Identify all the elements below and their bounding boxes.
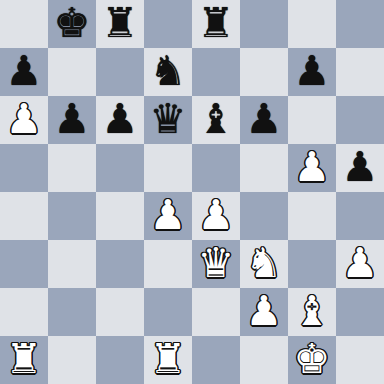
white-queen-piece[interactable]: ♛	[198, 239, 235, 287]
white-rook-piece[interactable]: ♜	[6, 335, 43, 383]
black-pawn-piece[interactable]: ♟	[246, 95, 283, 143]
square-h6[interactable]	[336, 96, 384, 144]
black-rook-piece[interactable]: ♜	[198, 0, 235, 47]
white-pawn-piece[interactable]: ♟	[246, 287, 283, 335]
square-c1[interactable]	[96, 336, 144, 384]
square-e8[interactable]: ♜	[192, 0, 240, 48]
black-knight-piece[interactable]: ♞	[150, 47, 187, 95]
square-b5[interactable]	[48, 144, 96, 192]
square-d3[interactable]	[144, 240, 192, 288]
square-g4[interactable]	[288, 192, 336, 240]
square-b2[interactable]	[48, 288, 96, 336]
white-pawn-piece[interactable]: ♟	[294, 143, 331, 191]
square-b6[interactable]: ♟	[48, 96, 96, 144]
square-c8[interactable]: ♜	[96, 0, 144, 48]
square-e7[interactable]	[192, 48, 240, 96]
square-b4[interactable]	[48, 192, 96, 240]
square-b3[interactable]	[48, 240, 96, 288]
square-c3[interactable]	[96, 240, 144, 288]
square-c5[interactable]	[96, 144, 144, 192]
square-e2[interactable]	[192, 288, 240, 336]
black-pawn-piece[interactable]: ♟	[6, 47, 43, 95]
square-f4[interactable]	[240, 192, 288, 240]
black-king-piece[interactable]: ♚	[54, 0, 91, 47]
black-pawn-piece[interactable]: ♟	[102, 95, 139, 143]
white-rook-piece[interactable]: ♜	[150, 335, 187, 383]
white-pawn-piece[interactable]: ♟	[198, 191, 235, 239]
square-g8[interactable]	[288, 0, 336, 48]
black-bishop-piece[interactable]: ♝	[198, 95, 235, 143]
square-f3[interactable]: ♞	[240, 240, 288, 288]
white-knight-piece[interactable]: ♞	[246, 239, 283, 287]
square-d6[interactable]: ♛	[144, 96, 192, 144]
square-e5[interactable]	[192, 144, 240, 192]
square-h3[interactable]: ♟	[336, 240, 384, 288]
square-a5[interactable]	[0, 144, 48, 192]
square-g6[interactable]	[288, 96, 336, 144]
square-h7[interactable]	[336, 48, 384, 96]
square-d8[interactable]	[144, 0, 192, 48]
square-c7[interactable]	[96, 48, 144, 96]
black-pawn-piece[interactable]: ♟	[294, 47, 331, 95]
white-pawn-piece[interactable]: ♟	[150, 191, 187, 239]
square-f6[interactable]: ♟	[240, 96, 288, 144]
chess-board: ♚♜♜♟♞♟♟♟♟♛♝♟♟♟♟♟♛♞♟♟♝♜♜♚	[0, 0, 384, 384]
square-h4[interactable]	[336, 192, 384, 240]
square-c4[interactable]	[96, 192, 144, 240]
square-h8[interactable]	[336, 0, 384, 48]
square-b8[interactable]: ♚	[48, 0, 96, 48]
square-a8[interactable]	[0, 0, 48, 48]
square-d5[interactable]	[144, 144, 192, 192]
black-pawn-piece[interactable]: ♟	[54, 95, 91, 143]
square-c6[interactable]: ♟	[96, 96, 144, 144]
square-g5[interactable]: ♟	[288, 144, 336, 192]
white-bishop-piece[interactable]: ♝	[294, 287, 331, 335]
square-a4[interactable]	[0, 192, 48, 240]
square-f8[interactable]	[240, 0, 288, 48]
black-rook-piece[interactable]: ♜	[102, 0, 139, 47]
square-b1[interactable]	[48, 336, 96, 384]
square-g7[interactable]: ♟	[288, 48, 336, 96]
square-f2[interactable]: ♟	[240, 288, 288, 336]
square-a6[interactable]: ♟	[0, 96, 48, 144]
square-a7[interactable]: ♟	[0, 48, 48, 96]
square-e3[interactable]: ♛	[192, 240, 240, 288]
white-pawn-piece[interactable]: ♟	[6, 95, 43, 143]
square-e1[interactable]	[192, 336, 240, 384]
square-a2[interactable]	[0, 288, 48, 336]
white-king-piece[interactable]: ♚	[294, 335, 331, 383]
square-f7[interactable]	[240, 48, 288, 96]
square-c2[interactable]	[96, 288, 144, 336]
square-b7[interactable]	[48, 48, 96, 96]
square-d2[interactable]	[144, 288, 192, 336]
square-e4[interactable]: ♟	[192, 192, 240, 240]
square-g3[interactable]	[288, 240, 336, 288]
square-d1[interactable]: ♜	[144, 336, 192, 384]
black-queen-piece[interactable]: ♛	[150, 95, 187, 143]
square-h1[interactable]	[336, 336, 384, 384]
square-a1[interactable]: ♜	[0, 336, 48, 384]
square-h2[interactable]	[336, 288, 384, 336]
square-a3[interactable]	[0, 240, 48, 288]
square-f1[interactable]	[240, 336, 288, 384]
square-e6[interactable]: ♝	[192, 96, 240, 144]
square-d4[interactable]: ♟	[144, 192, 192, 240]
square-g1[interactable]: ♚	[288, 336, 336, 384]
square-h5[interactable]: ♟	[336, 144, 384, 192]
square-f5[interactable]	[240, 144, 288, 192]
black-pawn-piece[interactable]: ♟	[342, 143, 379, 191]
square-g2[interactable]: ♝	[288, 288, 336, 336]
white-pawn-piece[interactable]: ♟	[342, 239, 379, 287]
square-d7[interactable]: ♞	[144, 48, 192, 96]
